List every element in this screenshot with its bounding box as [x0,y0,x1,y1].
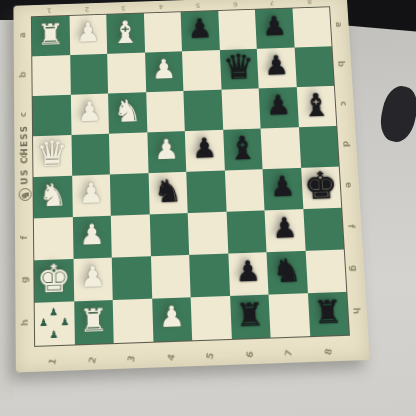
square-g4[interactable] [150,255,190,299]
piece-black-pawn-a7[interactable]: ♟ [262,14,288,41]
table-left-edge [0,20,14,400]
piece-white-pawn-g2[interactable]: ♟ [80,263,106,292]
file-label-right-f: f [346,220,357,232]
piece-black-bishop-c8[interactable]: ♝ [301,88,332,120]
background-right-dark-patch [377,83,416,145]
rank-label-top-8: 8 [301,0,317,5]
square-e6[interactable] [224,169,264,212]
square-g6[interactable]: ♟ [228,252,269,296]
file-label-left-g: g [19,274,29,286]
piece-black-queen-b6[interactable]: ♛ [222,50,255,85]
four-pawn-diamond-icon: ♟♟♟♟ [39,308,70,340]
square-f5[interactable] [188,212,228,255]
vinyl-chess-mat: ♞ US CHESS ♜♟♝♟♟♟♛♟♟♞♟♝♛♟♟♝♞♟♞♟♚♟♟♚♟♟♞♟♟… [13,0,369,372]
square-h2[interactable]: ♜ [74,300,114,344]
square-a5[interactable]: ♟ [181,11,220,51]
file-label-left-d: d [18,149,28,161]
square-f3[interactable] [111,214,151,257]
file-label-right-b: b [336,58,346,70]
corner-logo-pawn-glyph: ♟ [49,330,58,341]
piece-black-pawn-b7[interactable]: ♟ [264,53,290,80]
piece-black-king-e8[interactable]: ♚ [303,166,339,204]
square-e2[interactable]: ♟ [72,174,111,217]
square-h6[interactable]: ♜ [230,295,271,339]
square-d3[interactable] [109,132,148,174]
square-h4[interactable]: ♟ [152,297,192,341]
square-b5[interactable] [182,50,221,91]
piece-black-pawn-g6[interactable]: ♟ [235,258,262,287]
corner-logo-pawn-glyph: ♟ [61,317,70,328]
square-a2[interactable]: ♟ [69,15,107,55]
square-h8[interactable]: ♜ [307,292,348,336]
piece-white-pawn-e2[interactable]: ♟ [78,180,104,208]
square-c6[interactable] [221,88,261,129]
rank-label-bottom-5: 5 [204,347,220,366]
rank-label-top-1: 1 [42,4,58,14]
piece-white-pawn-h4[interactable]: ♟ [159,303,185,333]
square-f4[interactable] [149,213,189,256]
square-f2[interactable]: ♟ [72,216,111,259]
square-d5[interactable]: ♟ [185,130,225,172]
square-g7[interactable]: ♞ [266,251,307,295]
file-label-right-c: c [339,98,350,110]
square-g2[interactable]: ♟ [73,258,113,302]
square-f1[interactable] [34,217,73,260]
square-d4[interactable]: ♟ [147,131,186,173]
rank-label-bottom-8: 8 [322,343,337,362]
square-b1[interactable] [32,55,70,96]
piece-white-king-g1[interactable]: ♚ [37,259,72,299]
square-e4[interactable]: ♞ [148,172,188,215]
piece-white-pawn-a2[interactable]: ♟ [76,20,101,47]
square-c4[interactable] [146,91,185,132]
square-d6[interactable]: ♝ [223,129,263,171]
square-c1[interactable] [33,95,71,137]
piece-black-pawn-f7[interactable]: ♟ [271,215,298,244]
piece-black-pawn-d5[interactable]: ♟ [192,135,218,163]
square-e8[interactable]: ♚ [301,167,342,210]
chess-board: ♜♟♝♟♟♟♛♟♟♞♟♝♛♟♟♝♞♟♞♟♚♟♟♚♟♟♞♟♟♟♟♜♟♜♜ [31,6,350,347]
piece-black-bishop-d6[interactable]: ♝ [227,131,258,164]
square-e7[interactable]: ♟ [263,168,303,211]
square-b6[interactable]: ♛ [219,49,258,90]
square-b8[interactable] [294,46,334,87]
piece-black-rook-h6[interactable]: ♜ [235,298,265,331]
square-a4[interactable] [143,12,182,52]
square-h7[interactable] [269,293,310,337]
piece-black-pawn-a5[interactable]: ♟ [187,16,212,43]
square-g5[interactable] [189,254,229,298]
square-b3[interactable] [107,53,146,94]
piece-white-pawn-f2[interactable]: ♟ [79,221,105,250]
square-f6[interactable] [226,210,266,253]
square-c7[interactable]: ♟ [259,87,299,128]
rank-label-top-2: 2 [79,3,95,13]
corner-logo-pawn-glyph: ♟ [49,307,58,318]
rank-label-top-6: 6 [227,0,243,8]
piece-black-pawn-e7[interactable]: ♟ [269,173,295,201]
square-b2[interactable] [70,54,108,95]
rank-label-bottom-3: 3 [125,349,141,368]
piece-black-knight-g7[interactable]: ♞ [272,254,303,287]
corner-logo-pawn-glyph: ♟ [39,318,48,329]
rank-label-top-5: 5 [190,0,206,9]
file-label-left-c: c [18,109,28,121]
file-label-right-e: e [343,179,354,191]
square-f8[interactable] [303,208,344,251]
square-b4[interactable]: ♟ [145,51,184,92]
file-label-left-h: h [20,316,30,329]
photo-scene: ♞ US CHESS ♜♟♝♟♟♟♛♟♟♞♟♝♛♟♟♝♞♟♞♟♚♟♟♚♟♟♞♟♟… [0,0,416,416]
square-d8[interactable] [298,126,338,168]
square-c8[interactable]: ♝ [296,86,336,127]
file-label-left-f: f [19,231,29,243]
rank-label-bottom-4: 4 [164,348,180,367]
file-label-left-a: a [17,29,27,41]
piece-black-pawn-c7[interactable]: ♟ [265,92,291,120]
square-h1[interactable]: ♟♟♟♟ [35,301,75,345]
piece-white-pawn-c2[interactable]: ♟ [77,99,102,127]
piece-white-queen-d1[interactable]: ♛ [36,136,68,172]
rank-label-bottom-1: 1 [46,352,62,371]
square-g1[interactable]: ♚ [34,259,73,303]
file-label-right-a: a [334,19,344,30]
file-label-right-g: g [349,262,360,274]
square-d1[interactable]: ♛ [33,135,72,177]
square-e3[interactable] [110,173,149,216]
square-e5[interactable] [186,171,226,214]
square-a7[interactable]: ♟ [255,8,294,48]
square-c2[interactable]: ♟ [70,94,109,135]
rank-label-top-7: 7 [264,0,280,7]
square-b7[interactable]: ♟ [257,48,297,89]
square-a1[interactable]: ♜ [32,16,70,56]
square-g3[interactable] [112,256,152,300]
square-h5[interactable] [191,296,232,340]
piece-white-rook-a1[interactable]: ♜ [37,19,64,49]
rank-label-bottom-2: 2 [85,351,101,370]
file-label-left-e: e [19,190,29,202]
square-c3[interactable]: ♞ [108,92,147,133]
piece-white-knight-e1[interactable]: ♞ [38,179,67,211]
piece-white-bishop-a3[interactable]: ♝ [111,16,140,48]
square-f7[interactable]: ♟ [264,209,305,252]
square-a6[interactable] [218,10,257,50]
file-label-right-d: d [341,138,352,150]
square-h3[interactable] [113,299,153,343]
square-g8[interactable] [305,250,346,294]
piece-white-rook-h2[interactable]: ♜ [79,304,108,337]
rank-label-top-3: 3 [116,2,132,12]
piece-white-pawn-d4[interactable]: ♟ [154,136,180,164]
rank-label-bottom-7: 7 [282,344,297,363]
square-d2[interactable] [71,134,110,176]
piece-white-pawn-b4[interactable]: ♟ [151,57,176,84]
square-d7[interactable] [261,127,301,169]
square-c5[interactable] [183,90,222,131]
file-label-left-b: b [18,69,28,81]
square-a8[interactable] [292,7,331,47]
rank-label-bottom-6: 6 [243,345,258,364]
piece-white-knight-c3[interactable]: ♞ [113,95,142,127]
piece-black-rook-h8[interactable]: ♜ [313,296,343,329]
file-label-right-h: h [351,305,362,318]
piece-black-knight-e4[interactable]: ♞ [153,175,183,207]
square-e1[interactable]: ♞ [33,176,72,219]
square-a3[interactable]: ♝ [106,13,144,53]
rank-label-top-4: 4 [153,1,169,11]
